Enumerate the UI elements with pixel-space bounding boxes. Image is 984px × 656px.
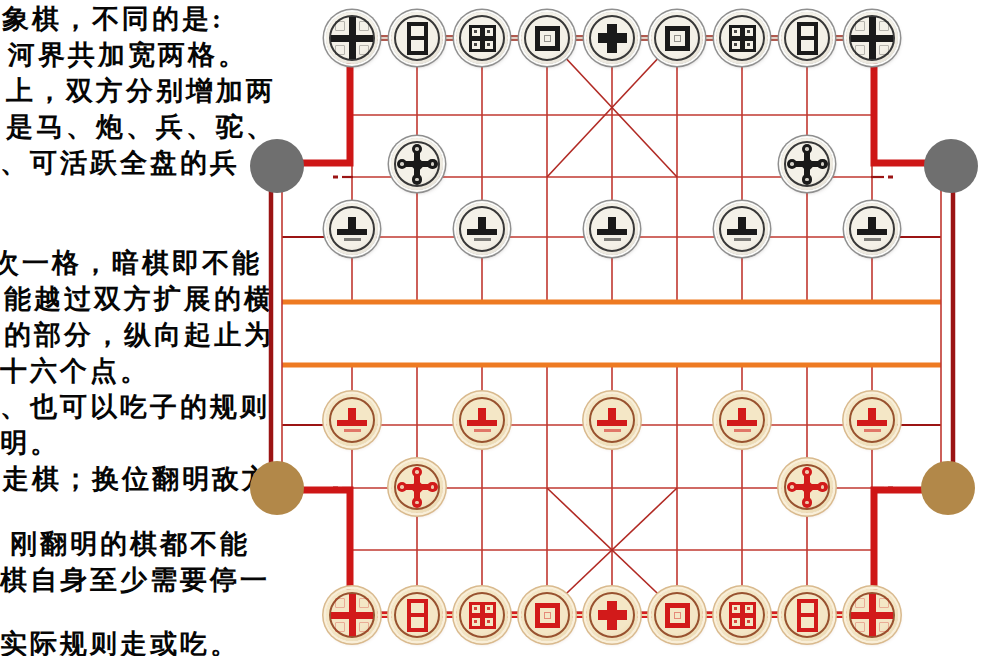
two-symbol: [391, 12, 443, 64]
cross-symbol: [326, 12, 378, 64]
piece-red-two-coin[interactable]: [781, 589, 833, 641]
piece-black-sold-coin[interactable]: [326, 203, 378, 255]
cross-symbol: [846, 12, 898, 64]
board-grid: [0, 0, 984, 656]
piece-red-plus-coin[interactable]: [586, 589, 638, 641]
piece-red-four-coin[interactable]: [456, 589, 508, 641]
sold-symbol: [586, 203, 638, 255]
sold-symbol: [846, 394, 898, 446]
four-symbol: [456, 12, 508, 64]
piece-red-cross-coin[interactable]: [846, 589, 898, 641]
sold-symbol: [716, 203, 768, 255]
piece-black-sold-coin[interactable]: [716, 203, 768, 255]
piece-black-cannon-coin[interactable]: [391, 138, 443, 190]
box-symbol: [521, 589, 573, 641]
two-symbol: [391, 589, 443, 641]
piece-black-sold-coin[interactable]: [586, 203, 638, 255]
piece-black-four-coin[interactable]: [456, 12, 508, 64]
cannon-symbol: [391, 461, 443, 513]
extra-point-black-left[interactable]: [250, 139, 304, 193]
piece-red-sold-coin[interactable]: [716, 394, 768, 446]
piece-black-two-coin[interactable]: [781, 12, 833, 64]
box-symbol: [651, 12, 703, 64]
extra-point-black-right[interactable]: [924, 139, 978, 193]
sold-symbol: [716, 394, 768, 446]
box-symbol: [651, 589, 703, 641]
piece-red-cross-coin[interactable]: [326, 589, 378, 641]
piece-black-sold-coin[interactable]: [846, 203, 898, 255]
plus-symbol: [586, 589, 638, 641]
piece-red-sold-coin[interactable]: [586, 394, 638, 446]
piece-red-two-coin[interactable]: [391, 589, 443, 641]
piece-black-two-coin[interactable]: [391, 12, 443, 64]
four-symbol: [456, 589, 508, 641]
box-symbol: [521, 12, 573, 64]
extra-point-red-left[interactable]: [250, 461, 304, 515]
four-symbol: [716, 589, 768, 641]
piece-black-plus-coin[interactable]: [586, 12, 638, 64]
cross-symbol: [326, 589, 378, 641]
piece-red-sold-coin[interactable]: [326, 394, 378, 446]
sold-symbol: [456, 394, 508, 446]
piece-black-cross-coin[interactable]: [846, 12, 898, 64]
sold-symbol: [586, 394, 638, 446]
piece-red-sold-coin[interactable]: [846, 394, 898, 446]
two-symbol: [781, 589, 833, 641]
plus-symbol: [586, 12, 638, 64]
sold-symbol: [326, 394, 378, 446]
xiangqi-board: [0, 0, 984, 656]
piece-red-box-coin[interactable]: [521, 589, 573, 641]
cannon-symbol: [781, 138, 833, 190]
piece-red-cannon-coin[interactable]: [781, 461, 833, 513]
piece-red-four-coin[interactable]: [716, 589, 768, 641]
piece-black-sold-coin[interactable]: [456, 203, 508, 255]
piece-black-box-coin[interactable]: [651, 12, 703, 64]
cannon-symbol: [391, 138, 443, 190]
piece-black-cross-coin[interactable]: [326, 12, 378, 64]
four-symbol: [716, 12, 768, 64]
sold-symbol: [456, 203, 508, 255]
piece-red-cannon-coin[interactable]: [391, 461, 443, 513]
two-symbol: [781, 12, 833, 64]
piece-black-box-coin[interactable]: [521, 12, 573, 64]
piece-black-cannon-coin[interactable]: [781, 138, 833, 190]
screenshot-canvas: 象棋，不同的是:，河界共加宽两格。上，双方分别增加两是马、炮、兵、驼、、可活跃全…: [0, 0, 984, 656]
sold-symbol: [326, 203, 378, 255]
sold-symbol: [846, 203, 898, 255]
piece-black-four-coin[interactable]: [716, 12, 768, 64]
cannon-symbol: [781, 461, 833, 513]
piece-red-sold-coin[interactable]: [456, 394, 508, 446]
piece-red-box-coin[interactable]: [651, 589, 703, 641]
extra-point-red-right[interactable]: [921, 461, 975, 515]
cross-symbol: [846, 589, 898, 641]
